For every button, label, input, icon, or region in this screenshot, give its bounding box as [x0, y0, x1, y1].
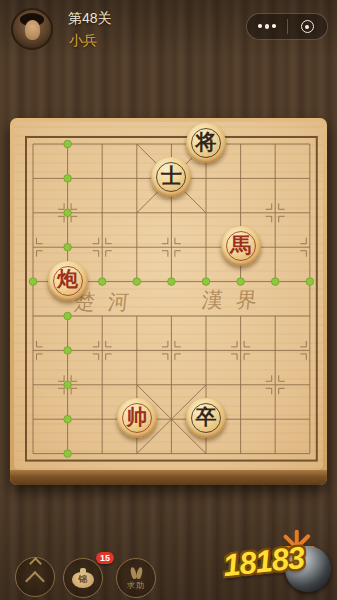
- close-button[interactable]: [288, 14, 328, 39]
- move-dot[interactable]: [64, 381, 72, 389]
- move-dot[interactable]: [98, 278, 106, 286]
- piece-red-horse[interactable]: 馬: [221, 226, 261, 266]
- move-dot[interactable]: [64, 140, 72, 148]
- target-circle-icon: [301, 20, 314, 33]
- piece-black-soldier[interactable]: 卒: [186, 398, 226, 438]
- move-dot[interactable]: [64, 450, 72, 458]
- move-dot[interactable]: [64, 312, 72, 320]
- level-label: 第48关: [68, 10, 112, 28]
- move-dot[interactable]: [133, 278, 141, 286]
- xiangqi-app-screen: 第48关 小兵 楚河 漢界 将士馬炮帅卒 锦 15: [0, 0, 337, 600]
- piece-character: 炮: [57, 269, 78, 290]
- move-dot[interactable]: [64, 209, 72, 217]
- player-avatar: [11, 8, 53, 50]
- move-dot[interactable]: [64, 175, 72, 183]
- bag-badge: 15: [96, 552, 114, 564]
- piece-red-cannon[interactable]: 炮: [48, 261, 88, 301]
- more-button[interactable]: [247, 14, 287, 39]
- three-dots-icon: [258, 24, 276, 29]
- double-chevron-up-icon: [29, 557, 42, 570]
- piece-black-general[interactable]: 将: [186, 123, 226, 163]
- home-button[interactable]: [15, 557, 55, 597]
- praying-hands-icon: [131, 567, 142, 579]
- board-bevel: [10, 470, 327, 485]
- move-dot[interactable]: [29, 278, 37, 286]
- avatar-face: [25, 20, 40, 40]
- move-dot[interactable]: [64, 347, 72, 355]
- move-dot[interactable]: [64, 415, 72, 423]
- player-name: 小兵: [69, 32, 97, 50]
- bottom-bar: 锦 15 求助 18183: [0, 525, 337, 600]
- watermark-text: 18183: [221, 540, 306, 584]
- move-dot[interactable]: [306, 278, 314, 286]
- piece-character: 帅: [126, 407, 147, 428]
- watermark-18183: 18183: [223, 526, 335, 594]
- xiangqi-board[interactable]: 楚河 漢界 将士馬炮帅卒: [10, 118, 327, 485]
- sunburst-icon: [277, 528, 317, 568]
- piece-character: 士: [161, 166, 182, 187]
- piece-character: 馬: [230, 235, 251, 256]
- move-dot[interactable]: [271, 278, 279, 286]
- piece-character: 卒: [196, 407, 217, 428]
- piece-character: 将: [196, 132, 217, 153]
- help-button[interactable]: 求助: [116, 558, 156, 598]
- help-label: 求助: [127, 580, 145, 591]
- wechat-capsule: [246, 13, 328, 40]
- move-dot[interactable]: [202, 278, 210, 286]
- move-dot[interactable]: [168, 278, 176, 286]
- sphere-icon: [285, 546, 331, 592]
- money-bag-icon: 锦: [72, 568, 94, 588]
- move-dot[interactable]: [64, 243, 72, 251]
- bag-button[interactable]: 锦: [63, 558, 103, 598]
- piece-red-general[interactable]: 帅: [117, 398, 157, 438]
- top-bar: 第48关 小兵: [0, 0, 337, 58]
- move-dot[interactable]: [237, 278, 245, 286]
